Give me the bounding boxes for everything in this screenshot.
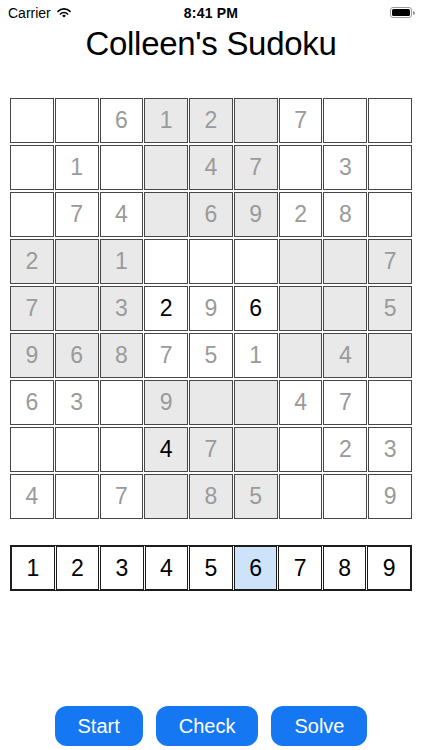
cell-r2c5[interactable]: 4 bbox=[189, 145, 233, 190]
page-title: Colleen's Sudoku bbox=[0, 24, 422, 64]
cell-r1c9[interactable] bbox=[368, 98, 412, 143]
selector-3[interactable]: 3 bbox=[100, 546, 144, 590]
cell-r6c4[interactable]: 7 bbox=[144, 333, 188, 378]
cell-r9c3[interactable]: 7 bbox=[100, 474, 144, 519]
cell-r9c5[interactable]: 8 bbox=[189, 474, 233, 519]
status-bar: Carrier 8:41 PM bbox=[0, 0, 422, 22]
cell-r7c3[interactable] bbox=[100, 380, 144, 425]
cell-r3c9[interactable] bbox=[368, 192, 412, 237]
cell-r1c2[interactable] bbox=[55, 98, 99, 143]
cell-r5c3[interactable]: 3 bbox=[100, 286, 144, 331]
solve-button[interactable]: Solve bbox=[271, 706, 367, 746]
selector-1[interactable]: 1 bbox=[11, 546, 55, 590]
cell-r4c6[interactable] bbox=[234, 239, 278, 284]
cell-r1c3[interactable]: 6 bbox=[100, 98, 144, 143]
cell-r6c7[interactable] bbox=[279, 333, 323, 378]
cell-r8c4[interactable]: 4 bbox=[144, 427, 188, 472]
cell-r5c9[interactable]: 5 bbox=[368, 286, 412, 331]
cell-r7c4[interactable]: 9 bbox=[144, 380, 188, 425]
cell-r6c2[interactable]: 6 bbox=[55, 333, 99, 378]
cell-r2c1[interactable] bbox=[10, 145, 54, 190]
cell-r5c6[interactable]: 6 bbox=[234, 286, 278, 331]
cell-r3c8[interactable]: 8 bbox=[323, 192, 367, 237]
cell-r7c9[interactable] bbox=[368, 380, 412, 425]
cell-r9c7[interactable] bbox=[279, 474, 323, 519]
cell-r6c6[interactable]: 1 bbox=[234, 333, 278, 378]
selector-8[interactable]: 8 bbox=[323, 546, 367, 590]
selector-9[interactable]: 9 bbox=[367, 546, 411, 590]
cell-r3c3[interactable]: 4 bbox=[100, 192, 144, 237]
selector-5[interactable]: 5 bbox=[189, 546, 233, 590]
selector-7[interactable]: 7 bbox=[278, 546, 322, 590]
cell-r7c1[interactable]: 6 bbox=[10, 380, 54, 425]
cell-r8c5[interactable]: 7 bbox=[189, 427, 233, 472]
cell-r8c3[interactable] bbox=[100, 427, 144, 472]
cell-r9c9[interactable]: 9 bbox=[368, 474, 412, 519]
cell-r6c9[interactable] bbox=[368, 333, 412, 378]
cell-r3c5[interactable]: 6 bbox=[189, 192, 233, 237]
cell-r7c7[interactable]: 4 bbox=[279, 380, 323, 425]
selector-6[interactable]: 6 bbox=[234, 546, 278, 590]
cell-r5c5[interactable]: 9 bbox=[189, 286, 233, 331]
cell-r3c6[interactable]: 9 bbox=[234, 192, 278, 237]
cell-r4c9[interactable]: 7 bbox=[368, 239, 412, 284]
cell-r2c9[interactable] bbox=[368, 145, 412, 190]
cell-r1c4[interactable]: 1 bbox=[144, 98, 188, 143]
cell-r4c3[interactable]: 1 bbox=[100, 239, 144, 284]
action-button-row: Start Check Solve bbox=[0, 706, 422, 746]
cell-r6c3[interactable]: 8 bbox=[100, 333, 144, 378]
cell-r7c2[interactable]: 3 bbox=[55, 380, 99, 425]
cell-r8c8[interactable]: 2 bbox=[323, 427, 367, 472]
cell-r7c6[interactable] bbox=[234, 380, 278, 425]
cell-r2c4[interactable] bbox=[144, 145, 188, 190]
cell-r4c8[interactable] bbox=[323, 239, 367, 284]
cell-r9c6[interactable]: 5 bbox=[234, 474, 278, 519]
selector-2[interactable]: 2 bbox=[56, 546, 100, 590]
cell-r1c5[interactable]: 2 bbox=[189, 98, 233, 143]
sudoku-board: 6127147374692821773296596875146394747234… bbox=[10, 98, 412, 519]
cell-r8c1[interactable] bbox=[10, 427, 54, 472]
cell-r5c4[interactable]: 2 bbox=[144, 286, 188, 331]
cell-r9c4[interactable] bbox=[144, 474, 188, 519]
cell-r2c7[interactable] bbox=[279, 145, 323, 190]
cell-r8c6[interactable] bbox=[234, 427, 278, 472]
cell-r1c7[interactable]: 7 bbox=[279, 98, 323, 143]
cell-r3c1[interactable] bbox=[10, 192, 54, 237]
cell-r4c2[interactable] bbox=[55, 239, 99, 284]
cell-r1c6[interactable] bbox=[234, 98, 278, 143]
cell-r9c2[interactable] bbox=[55, 474, 99, 519]
cell-r9c8[interactable] bbox=[323, 474, 367, 519]
cell-r5c1[interactable]: 7 bbox=[10, 286, 54, 331]
cell-r6c5[interactable]: 5 bbox=[189, 333, 233, 378]
cell-r2c8[interactable]: 3 bbox=[323, 145, 367, 190]
cell-r5c8[interactable] bbox=[323, 286, 367, 331]
cell-r2c3[interactable] bbox=[100, 145, 144, 190]
cell-r7c8[interactable]: 7 bbox=[323, 380, 367, 425]
cell-r8c2[interactable] bbox=[55, 427, 99, 472]
cell-r1c8[interactable] bbox=[323, 98, 367, 143]
cell-r7c5[interactable] bbox=[189, 380, 233, 425]
start-button[interactable]: Start bbox=[55, 706, 143, 746]
check-button[interactable]: Check bbox=[156, 706, 259, 746]
cell-r9c1[interactable]: 4 bbox=[10, 474, 54, 519]
cell-r4c5[interactable] bbox=[189, 239, 233, 284]
cell-r3c7[interactable]: 2 bbox=[279, 192, 323, 237]
cell-r2c6[interactable]: 7 bbox=[234, 145, 278, 190]
selector-4[interactable]: 4 bbox=[145, 546, 189, 590]
clock: 8:41 PM bbox=[0, 5, 422, 21]
number-selector: 123456789 bbox=[10, 545, 412, 591]
cell-r2c2[interactable]: 1 bbox=[55, 145, 99, 190]
cell-r5c7[interactable] bbox=[279, 286, 323, 331]
cell-r8c7[interactable] bbox=[279, 427, 323, 472]
cell-r4c7[interactable] bbox=[279, 239, 323, 284]
cell-r4c4[interactable] bbox=[144, 239, 188, 284]
cell-r4c1[interactable]: 2 bbox=[10, 239, 54, 284]
cell-r6c8[interactable]: 4 bbox=[323, 333, 367, 378]
cell-r5c2[interactable] bbox=[55, 286, 99, 331]
cell-r8c9[interactable]: 3 bbox=[368, 427, 412, 472]
cell-r6c1[interactable]: 9 bbox=[10, 333, 54, 378]
cell-r3c2[interactable]: 7 bbox=[55, 192, 99, 237]
cell-r3c4[interactable] bbox=[144, 192, 188, 237]
cell-r1c1[interactable] bbox=[10, 98, 54, 143]
